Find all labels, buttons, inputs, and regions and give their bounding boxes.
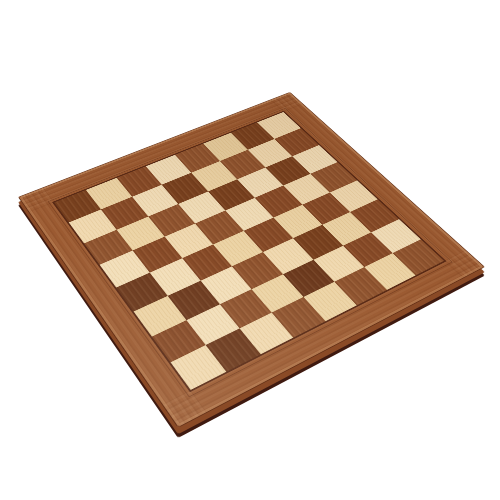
product-photo bbox=[0, 0, 500, 500]
chessboard bbox=[18, 92, 485, 428]
board-field bbox=[54, 112, 444, 390]
